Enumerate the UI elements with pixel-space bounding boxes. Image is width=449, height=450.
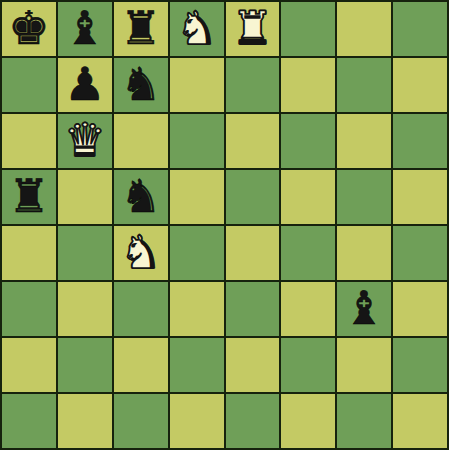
- square-d1[interactable]: [170, 394, 224, 448]
- square-f4[interactable]: [281, 226, 335, 280]
- square-c3[interactable]: [114, 282, 168, 336]
- square-a4[interactable]: [2, 226, 56, 280]
- square-g4[interactable]: [337, 226, 391, 280]
- square-a6[interactable]: [2, 114, 56, 168]
- square-e4[interactable]: [226, 226, 280, 280]
- square-d3[interactable]: [170, 282, 224, 336]
- white-queen-b6: ♛: [64, 117, 105, 163]
- square-f6[interactable]: [281, 114, 335, 168]
- square-f5[interactable]: [281, 170, 335, 224]
- square-a2[interactable]: [2, 338, 56, 392]
- black-rook-c8: ♜: [120, 5, 161, 51]
- black-rook-a5: ♜: [8, 173, 49, 219]
- square-a3[interactable]: [2, 282, 56, 336]
- square-h8[interactable]: [393, 2, 447, 56]
- square-g6[interactable]: [337, 114, 391, 168]
- square-h2[interactable]: [393, 338, 447, 392]
- square-f1[interactable]: [281, 394, 335, 448]
- square-c7[interactable]: ♞: [114, 58, 168, 112]
- black-knight-c5: ♞: [120, 173, 161, 219]
- square-a8[interactable]: ♚: [2, 2, 56, 56]
- square-c8[interactable]: ♜: [114, 2, 168, 56]
- square-h1[interactable]: [393, 394, 447, 448]
- square-b8[interactable]: ♝: [58, 2, 112, 56]
- white-rook-e8: ♜: [232, 5, 273, 51]
- square-d8[interactable]: ♞: [170, 2, 224, 56]
- square-h4[interactable]: [393, 226, 447, 280]
- square-c6[interactable]: [114, 114, 168, 168]
- square-b3[interactable]: [58, 282, 112, 336]
- square-g8[interactable]: [337, 2, 391, 56]
- black-king-a8: ♚: [8, 5, 49, 51]
- square-e3[interactable]: [226, 282, 280, 336]
- square-b4[interactable]: [58, 226, 112, 280]
- square-e2[interactable]: [226, 338, 280, 392]
- square-h5[interactable]: [393, 170, 447, 224]
- square-d6[interactable]: [170, 114, 224, 168]
- square-h7[interactable]: [393, 58, 447, 112]
- square-d7[interactable]: [170, 58, 224, 112]
- square-c1[interactable]: [114, 394, 168, 448]
- square-e1[interactable]: [226, 394, 280, 448]
- square-f3[interactable]: [281, 282, 335, 336]
- square-e6[interactable]: [226, 114, 280, 168]
- square-c5[interactable]: ♞: [114, 170, 168, 224]
- square-h6[interactable]: [393, 114, 447, 168]
- square-d2[interactable]: [170, 338, 224, 392]
- black-bishop-g3: ♝: [344, 285, 385, 331]
- square-a7[interactable]: [2, 58, 56, 112]
- square-g1[interactable]: [337, 394, 391, 448]
- square-e7[interactable]: [226, 58, 280, 112]
- square-g2[interactable]: [337, 338, 391, 392]
- black-pawn-b7: ♟: [64, 61, 105, 107]
- square-b1[interactable]: [58, 394, 112, 448]
- square-a1[interactable]: [2, 394, 56, 448]
- square-d5[interactable]: [170, 170, 224, 224]
- square-f8[interactable]: [281, 2, 335, 56]
- square-h3[interactable]: [393, 282, 447, 336]
- chess-board: ♚♝♜♞♜♟♞♛♜♞♞♝: [0, 0, 449, 450]
- square-b7[interactable]: ♟: [58, 58, 112, 112]
- square-d4[interactable]: [170, 226, 224, 280]
- square-g7[interactable]: [337, 58, 391, 112]
- square-e5[interactable]: [226, 170, 280, 224]
- square-a5[interactable]: ♜: [2, 170, 56, 224]
- chess-board-wrap: ♚♝♜♞♜♟♞♛♜♞♞♝: [0, 0, 449, 450]
- square-f7[interactable]: [281, 58, 335, 112]
- white-knight-d8: ♞: [176, 5, 217, 51]
- white-knight-c4: ♞: [120, 229, 161, 275]
- black-bishop-b8: ♝: [64, 5, 105, 51]
- square-g5[interactable]: [337, 170, 391, 224]
- black-knight-c7: ♞: [120, 61, 161, 107]
- square-b6[interactable]: ♛: [58, 114, 112, 168]
- square-f2[interactable]: [281, 338, 335, 392]
- square-c4[interactable]: ♞: [114, 226, 168, 280]
- square-c2[interactable]: [114, 338, 168, 392]
- square-g3[interactable]: ♝: [337, 282, 391, 336]
- square-e8[interactable]: ♜: [226, 2, 280, 56]
- square-b2[interactable]: [58, 338, 112, 392]
- square-b5[interactable]: [58, 170, 112, 224]
